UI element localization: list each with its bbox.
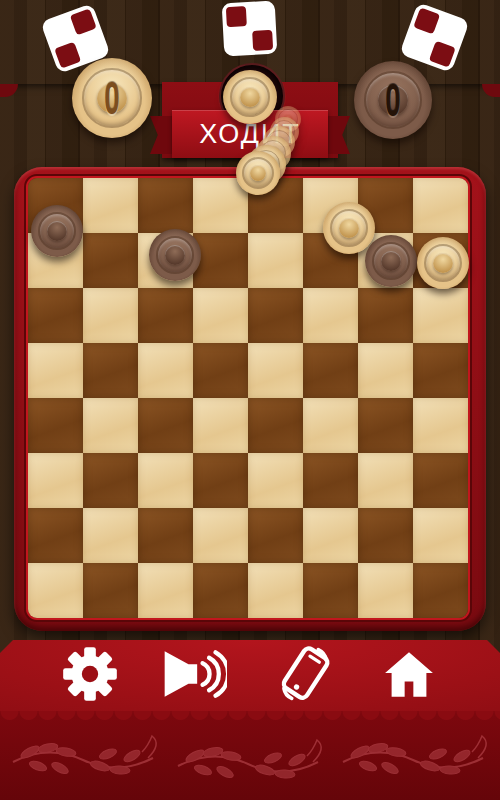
board-square[interactable]: [83, 563, 138, 618]
toolbar-scalloped-edge: [0, 711, 500, 723]
checkerboard-cutout: [429, 40, 456, 67]
board-square[interactable]: [28, 343, 83, 398]
board-square[interactable]: [28, 508, 83, 563]
board-square[interactable]: [358, 343, 413, 398]
checkerboard-cutout: [70, 9, 97, 36]
board-square[interactable]: [138, 508, 193, 563]
board-square[interactable]: [28, 563, 83, 618]
board-square[interactable]: [193, 398, 248, 453]
board-square[interactable]: [358, 563, 413, 618]
home-icon: [384, 650, 434, 698]
board-square[interactable]: [413, 288, 468, 343]
vibrate-button[interactable]: [272, 644, 338, 704]
board-square[interactable]: [28, 398, 83, 453]
board-square[interactable]: [28, 453, 83, 508]
checker-piece-light[interactable]: [323, 202, 375, 254]
board-square[interactable]: [83, 288, 138, 343]
board-square[interactable]: [83, 398, 138, 453]
board-square[interactable]: [138, 563, 193, 618]
checkerboard-cutout: [226, 6, 247, 27]
board-square[interactable]: [83, 453, 138, 508]
board-square[interactable]: [138, 453, 193, 508]
board-square[interactable]: [193, 233, 248, 288]
board-square[interactable]: [83, 343, 138, 398]
checkerboard-cutout: [252, 29, 273, 50]
checkerboard-cutout: [414, 8, 441, 35]
board-square[interactable]: [413, 178, 468, 233]
board-square[interactable]: [248, 563, 303, 618]
board-square[interactable]: [83, 508, 138, 563]
board-square[interactable]: [193, 563, 248, 618]
board-square[interactable]: [83, 233, 138, 288]
capture-count: 0: [370, 61, 417, 139]
board-square[interactable]: [413, 563, 468, 618]
board-square[interactable]: [413, 453, 468, 508]
speaker-icon: [163, 648, 227, 700]
checker-piece-dark[interactable]: [31, 205, 83, 257]
checker-piece-dark[interactable]: [149, 229, 201, 281]
board-square[interactable]: [413, 398, 468, 453]
board-square[interactable]: [303, 398, 358, 453]
board-square[interactable]: [358, 453, 413, 508]
board-square[interactable]: [193, 343, 248, 398]
sound-button[interactable]: [162, 644, 228, 704]
board-square[interactable]: [138, 178, 193, 233]
checkerboard-icon-center: [222, 1, 278, 57]
header-corner-right: [482, 84, 500, 97]
board-square[interactable]: [138, 343, 193, 398]
capture-count: 0: [88, 58, 136, 138]
board-square[interactable]: [248, 453, 303, 508]
board-square[interactable]: [138, 288, 193, 343]
gear-icon: [62, 646, 118, 702]
board-square[interactable]: [248, 398, 303, 453]
board-square[interactable]: [193, 453, 248, 508]
board-square[interactable]: [413, 343, 468, 398]
checker-piece-light[interactable]: [417, 237, 469, 289]
score-piece-light: 0: [72, 58, 152, 138]
board-square[interactable]: [248, 233, 303, 288]
score-piece-dark: 0: [354, 61, 432, 139]
board-square[interactable]: [303, 508, 358, 563]
board-square[interactable]: [303, 563, 358, 618]
board-square[interactable]: [303, 288, 358, 343]
checkerboard-cutout: [55, 41, 82, 68]
board-square[interactable]: [358, 288, 413, 343]
board-square[interactable]: [248, 288, 303, 343]
settings-button[interactable]: [57, 644, 123, 704]
board-square[interactable]: [413, 508, 468, 563]
board-square[interactable]: [248, 508, 303, 563]
header-corner-left: [0, 84, 18, 97]
board-square[interactable]: [358, 508, 413, 563]
board-frame: [14, 167, 486, 631]
board-square[interactable]: [303, 343, 358, 398]
checker-piece-light[interactable]: [236, 151, 280, 195]
turn-piece[interactable]: [223, 70, 277, 124]
board-square[interactable]: [248, 343, 303, 398]
home-button[interactable]: [376, 644, 442, 704]
board-square[interactable]: [138, 398, 193, 453]
vibrating-phone-icon: [274, 644, 336, 704]
board-square[interactable]: [303, 453, 358, 508]
leaf-flourish-pattern: [0, 730, 500, 796]
board-square[interactable]: [358, 398, 413, 453]
board-square[interactable]: [193, 508, 248, 563]
board-square[interactable]: [83, 178, 138, 233]
checker-piece-dark[interactable]: [365, 235, 417, 287]
app-screen: ХОДИТ 00: [0, 0, 500, 800]
board-square[interactable]: [193, 288, 248, 343]
board-square[interactable]: [28, 288, 83, 343]
